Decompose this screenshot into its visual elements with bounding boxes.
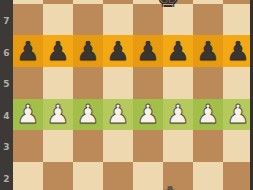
- square-h3[interactable]: [223, 130, 253, 162]
- square-a7[interactable]: [13, 4, 43, 36]
- rank-label-4: 4: [0, 111, 13, 121]
- square-e7[interactable]: [133, 4, 163, 36]
- square-g2[interactable]: [193, 162, 223, 190]
- square-g4[interactable]: ♟: [193, 99, 223, 131]
- black-pawn-c6[interactable]: ♟: [76, 38, 99, 64]
- square-a2[interactable]: [13, 162, 43, 190]
- square-b2[interactable]: [43, 162, 73, 190]
- square-c5[interactable]: [73, 67, 103, 99]
- white-pawn-h4[interactable]: ♟: [226, 101, 249, 127]
- black-pawn-b6[interactable]: ♟: [46, 38, 69, 64]
- chess-board[interactable]: ♟♟♟♟♟♟♟♟♟♟♟♟♟♟♟♟: [13, 0, 253, 190]
- black-pawn-a6[interactable]: ♟: [16, 38, 39, 64]
- square-b3[interactable]: [43, 130, 73, 162]
- black-pawn-e6[interactable]: ♟: [136, 38, 159, 64]
- white-pawn-b4[interactable]: ♟: [46, 101, 69, 127]
- square-b7[interactable]: [43, 4, 73, 36]
- square-g3[interactable]: [193, 130, 223, 162]
- square-b6[interactable]: ♟: [43, 35, 73, 67]
- square-g7[interactable]: [193, 4, 223, 36]
- rank-label-7: 7: [0, 16, 13, 26]
- square-c2[interactable]: [73, 162, 103, 190]
- white-pawn-g4[interactable]: ♟: [196, 101, 219, 127]
- square-g6[interactable]: ♟: [193, 35, 223, 67]
- square-h5[interactable]: [223, 67, 253, 99]
- square-a3[interactable]: [13, 130, 43, 162]
- square-e4[interactable]: ♟: [133, 99, 163, 131]
- square-d2[interactable]: [103, 162, 133, 190]
- white-pawn-f4[interactable]: ♟: [166, 101, 189, 127]
- black-king-partial-f8[interactable]: ♚: [154, 0, 182, 7]
- chess-app-screen: ♟♟♟♟♟♟♟♟♟♟♟♟♟♟♟♟ 765432 ♚ ♔: [0, 0, 253, 190]
- rank-label-3: 3: [0, 142, 13, 152]
- white-king-icon: ♔: [156, 186, 184, 190]
- rank-label-5: 5: [0, 79, 13, 89]
- square-f4[interactable]: ♟: [163, 99, 193, 131]
- square-a4[interactable]: ♟: [13, 99, 43, 131]
- square-b5[interactable]: [43, 67, 73, 99]
- square-f6[interactable]: ♟: [163, 35, 193, 67]
- square-d5[interactable]: [103, 67, 133, 99]
- square-f3[interactable]: [163, 130, 193, 162]
- square-e3[interactable]: [133, 130, 163, 162]
- rank-coordinate-strip: 765432: [0, 0, 13, 190]
- square-c3[interactable]: [73, 130, 103, 162]
- black-pawn-g6[interactable]: ♟: [196, 38, 219, 64]
- square-g5[interactable]: [193, 67, 223, 99]
- square-d7[interactable]: [103, 4, 133, 36]
- square-c7[interactable]: [73, 4, 103, 36]
- square-c4[interactable]: ♟: [73, 99, 103, 131]
- square-f7[interactable]: [163, 4, 193, 36]
- square-d6[interactable]: ♟: [103, 35, 133, 67]
- black-king-icon: ♚: [154, 0, 182, 7]
- square-d3[interactable]: [103, 130, 133, 162]
- window-right-edge: [250, 0, 253, 190]
- square-e5[interactable]: [133, 67, 163, 99]
- square-h6[interactable]: ♟: [223, 35, 253, 67]
- square-c6[interactable]: ♟: [73, 35, 103, 67]
- white-pawn-c4[interactable]: ♟: [76, 101, 99, 127]
- white-king-partial-f1[interactable]: ♔: [156, 186, 184, 190]
- white-pawn-e4[interactable]: ♟: [136, 101, 159, 127]
- square-a5[interactable]: [13, 67, 43, 99]
- square-d4[interactable]: ♟: [103, 99, 133, 131]
- black-pawn-d6[interactable]: ♟: [106, 38, 129, 64]
- rank-label-2: 2: [0, 174, 13, 184]
- black-pawn-f6[interactable]: ♟: [166, 38, 189, 64]
- rank-label-6: 6: [0, 48, 13, 58]
- square-h2[interactable]: [223, 162, 253, 190]
- square-e6[interactable]: ♟: [133, 35, 163, 67]
- square-b4[interactable]: ♟: [43, 99, 73, 131]
- square-h7[interactable]: [223, 4, 253, 36]
- square-h4[interactable]: ♟: [223, 99, 253, 131]
- white-pawn-a4[interactable]: ♟: [16, 101, 39, 127]
- square-f5[interactable]: [163, 67, 193, 99]
- white-pawn-d4[interactable]: ♟: [106, 101, 129, 127]
- square-a6[interactable]: ♟: [13, 35, 43, 67]
- black-pawn-h6[interactable]: ♟: [226, 38, 249, 64]
